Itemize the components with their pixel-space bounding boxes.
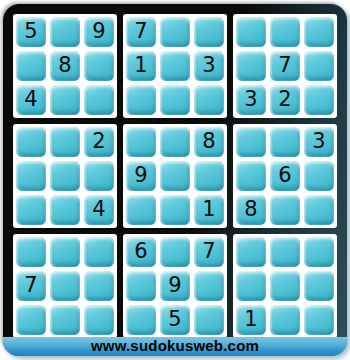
sudoku-cell-given[interactable]: 8 bbox=[194, 127, 224, 157]
sudoku-cell[interactable] bbox=[270, 237, 300, 267]
sudoku-cell-given[interactable]: 3 bbox=[236, 85, 266, 115]
sudoku-cell-given[interactable]: 7 bbox=[126, 17, 156, 47]
sudoku-cell[interactable] bbox=[270, 195, 300, 225]
sudoku-cell-given[interactable]: 8 bbox=[50, 51, 80, 81]
sudoku-cell-given[interactable]: 6 bbox=[126, 237, 156, 267]
sudoku-cell[interactable] bbox=[304, 195, 334, 225]
sudoku-cell[interactable] bbox=[160, 195, 190, 225]
sudoku-cell[interactable] bbox=[304, 161, 334, 191]
sudoku-cell-given[interactable]: 2 bbox=[84, 127, 114, 157]
sudoku-cell[interactable] bbox=[236, 161, 266, 191]
site-url[interactable]: www.sudokusweb.com bbox=[91, 337, 259, 354]
sudoku-cell[interactable] bbox=[84, 161, 114, 191]
sudoku-cell[interactable] bbox=[194, 85, 224, 115]
sudoku-box: 891 bbox=[123, 124, 227, 228]
sudoku-cell-given[interactable]: 8 bbox=[236, 195, 266, 225]
sudoku-cell[interactable] bbox=[270, 305, 300, 335]
sudoku-cell-given[interactable]: 3 bbox=[304, 127, 334, 157]
sudoku-cell[interactable] bbox=[16, 195, 46, 225]
sudoku-cell[interactable] bbox=[160, 161, 190, 191]
sudoku-box: 6795 bbox=[123, 234, 227, 338]
sudoku-cell[interactable] bbox=[236, 237, 266, 267]
sudoku-cell[interactable] bbox=[50, 237, 80, 267]
sudoku-cell-given[interactable]: 3 bbox=[194, 51, 224, 81]
sudoku-cell-given[interactable]: 2 bbox=[270, 85, 300, 115]
sudoku-cell[interactable] bbox=[126, 127, 156, 157]
sudoku-box: 7 bbox=[13, 234, 117, 338]
sudoku-cell[interactable] bbox=[270, 271, 300, 301]
sudoku-cell[interactable] bbox=[84, 271, 114, 301]
sudoku-cell[interactable] bbox=[304, 305, 334, 335]
sudoku-cell[interactable] bbox=[126, 271, 156, 301]
sudoku-cell-given[interactable]: 6 bbox=[270, 161, 300, 191]
sudoku-cell[interactable] bbox=[304, 85, 334, 115]
sudoku-cell-given[interactable]: 1 bbox=[194, 195, 224, 225]
sudoku-cell[interactable] bbox=[160, 17, 190, 47]
sudoku-cell-given[interactable]: 7 bbox=[270, 51, 300, 81]
sudoku-cell[interactable] bbox=[160, 51, 190, 81]
sudoku-cell[interactable] bbox=[304, 271, 334, 301]
sudoku-cell[interactable] bbox=[16, 161, 46, 191]
sudoku-cell[interactable] bbox=[16, 51, 46, 81]
sudoku-cell[interactable] bbox=[50, 271, 80, 301]
sudoku-cell-given[interactable]: 1 bbox=[126, 51, 156, 81]
sudoku-cell[interactable] bbox=[84, 305, 114, 335]
sudoku-cell-given[interactable]: 5 bbox=[160, 305, 190, 335]
sudoku-cell[interactable] bbox=[194, 305, 224, 335]
sudoku-cell[interactable] bbox=[236, 51, 266, 81]
sudoku-cell[interactable] bbox=[160, 85, 190, 115]
sudoku-cell[interactable] bbox=[126, 305, 156, 335]
footer-bar: www.sudokusweb.com bbox=[3, 337, 347, 356]
sudoku-cell[interactable] bbox=[236, 271, 266, 301]
sudoku-cell[interactable] bbox=[270, 17, 300, 47]
sudoku-cell[interactable] bbox=[304, 17, 334, 47]
sudoku-cell-given[interactable]: 4 bbox=[16, 85, 46, 115]
sudoku-cell[interactable] bbox=[236, 17, 266, 47]
sudoku-cell[interactable] bbox=[84, 237, 114, 267]
sudoku-cell[interactable] bbox=[50, 305, 80, 335]
sudoku-cell[interactable] bbox=[194, 161, 224, 191]
sudoku-cell[interactable] bbox=[84, 51, 114, 81]
sudoku-grid: 598471373224891368767951 bbox=[13, 14, 337, 338]
sudoku-cell[interactable] bbox=[270, 127, 300, 157]
sudoku-cell[interactable] bbox=[50, 17, 80, 47]
sudoku-cell[interactable] bbox=[160, 127, 190, 157]
sudoku-cell-given[interactable]: 9 bbox=[84, 17, 114, 47]
sudoku-cell[interactable] bbox=[50, 127, 80, 157]
sudoku-box: 5984 bbox=[13, 14, 117, 118]
sudoku-cell-given[interactable]: 5 bbox=[16, 17, 46, 47]
sudoku-cell[interactable] bbox=[50, 195, 80, 225]
sudoku-cell-given[interactable]: 4 bbox=[84, 195, 114, 225]
sudoku-box: 1 bbox=[233, 234, 337, 338]
sudoku-cell[interactable] bbox=[126, 85, 156, 115]
sudoku-cell[interactable] bbox=[304, 51, 334, 81]
sudoku-cell-given[interactable]: 9 bbox=[126, 161, 156, 191]
sudoku-cell[interactable] bbox=[16, 127, 46, 157]
sudoku-cell-given[interactable]: 7 bbox=[16, 271, 46, 301]
sudoku-box: 732 bbox=[233, 14, 337, 118]
sudoku-cell[interactable] bbox=[236, 127, 266, 157]
sudoku-cell[interactable] bbox=[84, 85, 114, 115]
sudoku-cell[interactable] bbox=[50, 161, 80, 191]
sudoku-cell[interactable] bbox=[16, 237, 46, 267]
sudoku-cell-given[interactable]: 7 bbox=[194, 237, 224, 267]
sudoku-cell[interactable] bbox=[160, 237, 190, 267]
sudoku-cell[interactable] bbox=[50, 85, 80, 115]
sudoku-box: 24 bbox=[13, 124, 117, 228]
sudoku-cell-given[interactable]: 9 bbox=[160, 271, 190, 301]
sudoku-cell[interactable] bbox=[194, 17, 224, 47]
sudoku-board: 598471373224891368767951 www.sudokusweb.… bbox=[3, 4, 347, 356]
sudoku-cell[interactable] bbox=[126, 195, 156, 225]
sudoku-box: 368 bbox=[233, 124, 337, 228]
sudoku-cell[interactable] bbox=[304, 237, 334, 267]
sudoku-cell[interactable] bbox=[16, 305, 46, 335]
sudoku-box: 713 bbox=[123, 14, 227, 118]
sudoku-cell-given[interactable]: 1 bbox=[236, 305, 266, 335]
sudoku-cell[interactable] bbox=[194, 271, 224, 301]
